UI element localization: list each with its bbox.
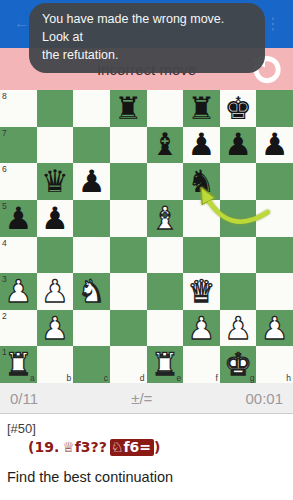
piece-black-pawn-f7[interactable]: ♟ <box>183 127 220 164</box>
square-h8[interactable] <box>256 90 293 127</box>
piece-white-pawn-a3[interactable]: ♟ <box>0 273 37 310</box>
piece-white-rook-a1[interactable]: ♜ <box>0 346 37 383</box>
square-b6[interactable]: ♛ <box>37 163 74 200</box>
square-f7[interactable]: ♟ <box>183 127 220 164</box>
square-a2[interactable]: 2 <box>0 310 37 347</box>
task-prompt: Find the best continuation <box>7 469 286 485</box>
piece-black-king-g8[interactable]: ♚ <box>220 90 257 127</box>
square-h2[interactable]: ♟ <box>256 310 293 347</box>
piece-black-pawn-h7[interactable]: ♟ <box>256 127 293 164</box>
square-g6[interactable] <box>220 163 257 200</box>
overflow-menu-icon[interactable]: ⋮ <box>265 14 281 33</box>
square-h1[interactable]: h <box>256 346 293 383</box>
square-g3[interactable] <box>220 273 257 310</box>
move-number: (19. <box>28 439 59 455</box>
square-e5[interactable]: ♝ <box>147 200 184 237</box>
piece-black-rook-f8[interactable]: ♜ <box>183 90 220 127</box>
piece-white-pawn-g2[interactable]: ♟ <box>220 310 257 347</box>
square-h4[interactable] <box>256 237 293 274</box>
rank-label-4: 4 <box>2 238 7 248</box>
back-icon[interactable]: ← <box>14 14 30 32</box>
square-e1[interactable]: e♜ <box>147 346 184 383</box>
square-b8[interactable] <box>37 90 74 127</box>
piece-white-rook-e1[interactable]: ♜ <box>147 346 184 383</box>
square-c8[interactable] <box>73 90 110 127</box>
square-g8[interactable]: ♚ <box>220 90 257 127</box>
piece-black-rook-d8[interactable]: ♜ <box>110 90 147 127</box>
square-d8[interactable]: ♜ <box>110 90 147 127</box>
square-e2[interactable] <box>147 310 184 347</box>
square-e6[interactable] <box>147 163 184 200</box>
square-b1[interactable]: b <box>37 346 74 383</box>
piece-white-pawn-b2[interactable]: ♟ <box>37 310 74 347</box>
piece-black-pawn-a5[interactable]: ♟ <box>0 200 37 237</box>
piece-white-knight-c3[interactable]: ♞ <box>73 273 110 310</box>
refutation-move[interactable]: ♘f6= <box>110 439 154 456</box>
square-a5[interactable]: 5♟ <box>0 200 37 237</box>
move-close-paren: ) <box>154 439 160 455</box>
square-a3[interactable]: 3♟ <box>0 273 37 310</box>
square-g1[interactable]: g♚ <box>220 346 257 383</box>
piece-black-knight-f6[interactable]: ♞ <box>183 163 220 200</box>
piece-white-queen-f3[interactable]: ♛ <box>183 273 220 310</box>
square-d3[interactable] <box>110 273 147 310</box>
chess-board: 8♜♜♚7♝♟♟♟6♛♟♞5♟♟♝43♟♟♞♛2♟♟♟♟1a♜bcde♜fg♚h <box>0 90 293 383</box>
wrong-move[interactable]: f3?? <box>75 439 107 455</box>
square-d6[interactable] <box>110 163 147 200</box>
square-d2[interactable] <box>110 310 147 347</box>
square-d7[interactable] <box>110 127 147 164</box>
square-b7[interactable] <box>37 127 74 164</box>
square-g5[interactable] <box>220 200 257 237</box>
rank-label-6: 6 <box>2 164 7 174</box>
square-a1[interactable]: 1a♜ <box>0 346 37 383</box>
square-f5[interactable] <box>183 200 220 237</box>
score-counter: 0/11 <box>10 390 38 407</box>
square-d4[interactable] <box>110 237 147 274</box>
square-h3[interactable] <box>256 273 293 310</box>
piece-black-bishop-e7[interactable]: ♝ <box>147 127 184 164</box>
piece-black-pawn-g7[interactable]: ♟ <box>220 127 257 164</box>
piece-white-bishop-e5[interactable]: ♝ <box>147 200 184 237</box>
white-queen-symbol: ♕ <box>62 439 75 455</box>
square-c4[interactable] <box>73 237 110 274</box>
square-a7[interactable]: 7 <box>0 127 37 164</box>
square-d5[interactable] <box>110 200 147 237</box>
move-line: (19.♕f3??♘f6=) <box>28 439 286 455</box>
square-c6[interactable]: ♟ <box>73 163 110 200</box>
square-h5[interactable] <box>256 200 293 237</box>
piece-white-pawn-b3[interactable]: ♟ <box>37 273 74 310</box>
square-a4[interactable]: 4 <box>0 237 37 274</box>
square-a6[interactable]: 6 <box>0 163 37 200</box>
square-e8[interactable] <box>147 90 184 127</box>
piece-black-pawn-c6[interactable]: ♟ <box>73 163 110 200</box>
piece-white-king-g1[interactable]: ♚ <box>220 346 257 383</box>
square-c1[interactable]: c <box>73 346 110 383</box>
file-label-c: c <box>104 373 108 383</box>
square-c2[interactable] <box>73 310 110 347</box>
file-label-f: f <box>215 373 217 383</box>
square-f4[interactable] <box>183 237 220 274</box>
square-d1[interactable]: d <box>110 346 147 383</box>
square-f3[interactable]: ♛ <box>183 273 220 310</box>
square-e4[interactable] <box>147 237 184 274</box>
piece-white-pawn-h2[interactable]: ♟ <box>256 310 293 347</box>
square-a8[interactable]: 8 <box>0 90 37 127</box>
piece-black-queen-b6[interactable]: ♛ <box>37 163 74 200</box>
square-b3[interactable]: ♟ <box>37 273 74 310</box>
toast-message: You have made the wrong move. Look at th… <box>29 3 265 73</box>
knight-symbol: ♘ <box>111 439 124 455</box>
file-label-h: h <box>286 373 291 383</box>
square-c3[interactable]: ♞ <box>73 273 110 310</box>
rank-label-2: 2 <box>2 311 7 321</box>
footer: [#50] (19.♕f3??♘f6=) Find the best conti… <box>0 414 293 485</box>
square-f1[interactable]: f <box>183 346 220 383</box>
square-g7[interactable]: ♟ <box>220 127 257 164</box>
rank-label-7: 7 <box>2 128 7 138</box>
square-f2[interactable]: ♟ <box>183 310 220 347</box>
square-h6[interactable] <box>256 163 293 200</box>
square-e3[interactable] <box>147 273 184 310</box>
file-label-b: b <box>67 373 72 383</box>
square-b5[interactable]: ♟ <box>37 200 74 237</box>
piece-white-pawn-f2[interactable]: ♟ <box>183 310 220 347</box>
square-f6[interactable]: ♞ <box>183 163 220 200</box>
file-label-d: d <box>140 373 145 383</box>
piece-black-pawn-b5[interactable]: ♟ <box>37 200 74 237</box>
evaluation-label: ±/= <box>131 390 152 407</box>
square-b2[interactable]: ♟ <box>37 310 74 347</box>
square-f8[interactable]: ♜ <box>183 90 220 127</box>
puzzle-number: [#50] <box>7 421 286 436</box>
square-e7[interactable]: ♝ <box>147 127 184 164</box>
square-c5[interactable] <box>73 200 110 237</box>
square-h7[interactable]: ♟ <box>256 127 293 164</box>
square-c7[interactable] <box>73 127 110 164</box>
timer: 00:01 <box>245 390 283 407</box>
rank-label-8: 8 <box>2 91 7 101</box>
square-g4[interactable] <box>220 237 257 274</box>
status-bar: 0/11 ±/= 00:01 <box>0 383 293 414</box>
square-b4[interactable] <box>37 237 74 274</box>
square-g2[interactable]: ♟ <box>220 310 257 347</box>
